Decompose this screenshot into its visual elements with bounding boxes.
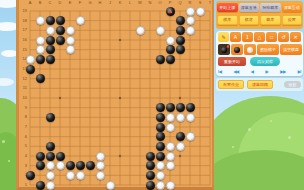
white-stone-A14 [26,55,35,64]
class-live-button[interactable]: 课堂直播 [239,3,260,12]
white-stone-P16 [166,36,175,45]
number-marker-button[interactable]: 1 [242,32,253,42]
fast-back-button[interactable]: ◀◀ [233,69,238,74]
black-stone-Q17 [176,26,185,35]
black-stone-icon [234,47,240,53]
black-stone-C16 [46,36,55,45]
black-stone-O14 [156,55,165,64]
white-stone-O1 [156,181,165,190]
white-stone-J1 [106,181,115,190]
undo-button[interactable]: ↺ [278,32,289,42]
white-stone-F18 [76,16,85,25]
column-label: E [67,1,73,5]
erase-stones-button[interactable]: 擦除棋子 [257,44,279,55]
row-label: 9 [19,106,27,110]
move-navigation-row: Ⅰ◀ ◀◀ ◀ ▶ ▶▶ ▶Ⅰ [218,67,301,75]
white-stone-F2 [76,171,85,180]
class-review-button[interactable]: 课堂回顾 [247,80,273,89]
cloud [0,78,14,86]
stone-mode-row: 擦除棋子 清空棋盘 [218,44,301,55]
white-stone-R17 [186,26,195,35]
black-stone-N2 [146,171,155,180]
black-stone-Q9 [176,103,185,112]
row-label: 18 [19,19,27,23]
erase-marker-button[interactable]: ✕ [290,32,301,42]
white-stone-Q8 [176,113,185,122]
white-stone-H2 [96,171,105,180]
black-stone-N4 [146,152,155,161]
board-tools-panel: ✎ A 1 △ □ ↺ ✕ 擦除棋子 清空棋盘 重新开始 再次对弈 [216,31,303,76]
white-stone-R8 [186,113,195,122]
class-interact-button[interactable]: 课堂互动 [282,3,303,12]
square-marker-button[interactable]: □ [266,32,277,42]
black-stone-P9 [166,103,175,112]
column-label: L [127,1,133,5]
white-stone-P8 [166,113,175,122]
row-label: 16 [19,38,27,42]
place-white-mode-button[interactable] [244,44,256,55]
pencil-tool-button[interactable]: ✎ [218,32,229,42]
row-label: 1 [19,183,27,187]
place-black-mode-button[interactable] [231,44,243,55]
white-stone-R18 [186,16,195,25]
white-stone-C1 [46,181,55,190]
row-label: 10 [19,96,27,100]
go-board[interactable]: ABCDEFGHJKLMNOPQRST191817161514131211109… [16,0,214,190]
column-label: D [57,1,63,5]
column-label: O [157,1,163,5]
settings-button[interactable]: 设置 [282,15,303,25]
start-class-button[interactable]: 开始上课 [217,3,238,12]
black-stone-P15 [166,45,175,54]
classroom-toolbar: 开始上课 课堂直播 智能题库 课堂互动 棋库 棋谱 题库 设置 [216,1,303,29]
white-stone-C3 [46,161,55,170]
selected-indicator-dot [227,45,230,48]
black-stone-O8 [156,113,165,122]
row-label: 3 [19,164,27,168]
row-label: 5 [19,144,27,148]
black-stone-D4 [56,152,65,161]
black-stone-B3 [36,161,45,170]
column-label: T [207,1,213,5]
row-label: 15 [19,48,27,52]
black-stone-C8 [46,113,55,122]
white-stone-P3 [166,161,175,170]
black-stone-N3 [146,161,155,170]
row-label: 7 [19,125,27,129]
black-stone-C5 [46,142,55,151]
white-stone-P1 [166,181,175,190]
white-stone-O3 [156,161,165,170]
black-stone-B4 [36,152,45,161]
black-stone-C15 [46,45,55,54]
white-stone-B16 [36,36,45,45]
white-stone-C2 [46,171,55,180]
white-stone-H4 [96,152,105,161]
white-stone-P7 [166,123,175,132]
column-label: H [97,1,103,5]
black-stone-Q6 [176,132,185,141]
grass-dot [248,128,251,131]
white-stone-D3 [56,161,65,170]
grass-dot [8,160,10,162]
white-stone-icon [247,47,253,53]
assign-homework-button[interactable]: 布置作业 [218,80,244,89]
row-label: 17 [19,28,27,32]
white-stone-E15 [66,45,75,54]
grass-dot [2,140,5,143]
black-stone-O5 [156,142,165,151]
black-stone-O9 [156,103,165,112]
go-classroom-screen: ABCDEFGHJKLMNOPQRST191817161514131211109… [0,0,304,190]
game-action-row: 重新开始 再次对弈 [218,57,301,66]
white-stone-R19 [186,7,195,16]
column-label: J [107,1,113,5]
go-to-start-button[interactable]: Ⅰ◀ [218,69,221,74]
column-label: R [187,1,193,5]
black-stone-B1 [36,181,45,190]
black-stone-A2 [26,171,35,180]
column-label: S [197,1,203,5]
black-stone-B14 [36,55,45,64]
clear-board-button[interactable]: 清空棋盘 [280,44,302,55]
row-label: 12 [19,77,27,81]
black-stone-D17 [56,26,65,35]
white-stone-R6 [186,132,195,141]
column-label: N [147,1,153,5]
homework-panel: 布置作业 课堂回顾 收起 [216,78,303,91]
column-label: F [77,1,83,5]
white-stone-H3 [96,161,105,170]
game-library-button[interactable]: 棋库 [217,15,238,25]
white-stone-C17 [46,26,55,35]
white-stone-B18 [36,16,45,25]
black-stone-E3 [66,161,75,170]
column-label: C [47,1,53,5]
white-stone-P5 [166,142,175,151]
column-label: B [37,1,43,5]
nav-button-row: 棋库 棋谱 题库 设置 [217,15,302,25]
white-stone-E16 [66,36,75,45]
grass-dot [288,136,291,139]
white-stone-P4 [166,152,175,161]
kifu-button[interactable]: 棋谱 [239,15,260,25]
white-stone-S19 [196,7,205,16]
row-label: 4 [19,154,27,158]
black-stone-D16 [56,36,65,45]
black-stone-C14 [46,55,55,64]
fast-forward-button[interactable]: ▶▶ [280,69,285,74]
black-stone-B12 [36,74,45,83]
black-stone-C18 [46,16,55,25]
black-stone-P14 [166,55,175,64]
white-stone-E2 [66,171,75,180]
black-stone-Q15 [176,45,185,54]
grass-dot [232,146,234,148]
go-to-end-button[interactable]: ▶Ⅰ [298,69,301,74]
letter-marker-button[interactable]: A [230,32,241,42]
white-stone-O17 [156,26,165,35]
marker-tool-row: ✎ A 1 △ □ ↺ ✕ [218,32,301,42]
black-stone-C4 [46,152,55,161]
problem-bank-button[interactable]: 智能题库 [260,3,281,12]
collapse-panel-button[interactable]: 收起 [284,81,301,88]
row-label: 8 [19,115,27,119]
black-stone-O7 [156,123,165,132]
top-button-row: 开始上课 课堂直播 智能题库 课堂互动 [217,3,302,12]
black-stone-F3 [76,161,85,170]
row-label: 19 [19,9,27,13]
restart-button[interactable]: 重新开始 [218,57,246,66]
step-back-button[interactable]: ◀ [251,69,254,74]
black-stone-A13 [26,65,35,74]
black-stone-R9 [186,103,195,112]
column-label: A [27,1,33,5]
white-stone-B15 [36,45,45,54]
black-stone-D18 [56,16,65,25]
column-label: K [117,1,123,5]
row-label: 6 [19,135,27,139]
white-stone-M17 [136,26,145,35]
black-stone-O6 [156,132,165,141]
grass-dot [270,120,272,122]
step-forward-button[interactable]: ▶ [266,69,269,74]
column-label: P [167,1,173,5]
rematch-button[interactable]: 再次对弈 [250,57,280,66]
row-label: 11 [19,86,27,90]
black-stone-Q16 [176,36,185,45]
black-stone-N1 [146,181,155,190]
alternate-stone-mode-button[interactable] [218,44,230,55]
black-stone-G3 [86,161,95,170]
triangle-marker-button[interactable]: △ [254,32,265,42]
white-stone-E17 [66,26,75,35]
white-stone-O2 [156,171,165,180]
last-move-triangle-marker: ▲ [167,8,173,14]
white-stone-Q5 [176,142,185,151]
column-label: G [87,1,93,5]
black-stone-O4 [156,152,165,161]
column-label: M [137,1,143,5]
puzzles-button[interactable]: 题库 [260,15,281,25]
column-label: Q [177,1,183,5]
black-stone-Q18 [176,16,185,25]
